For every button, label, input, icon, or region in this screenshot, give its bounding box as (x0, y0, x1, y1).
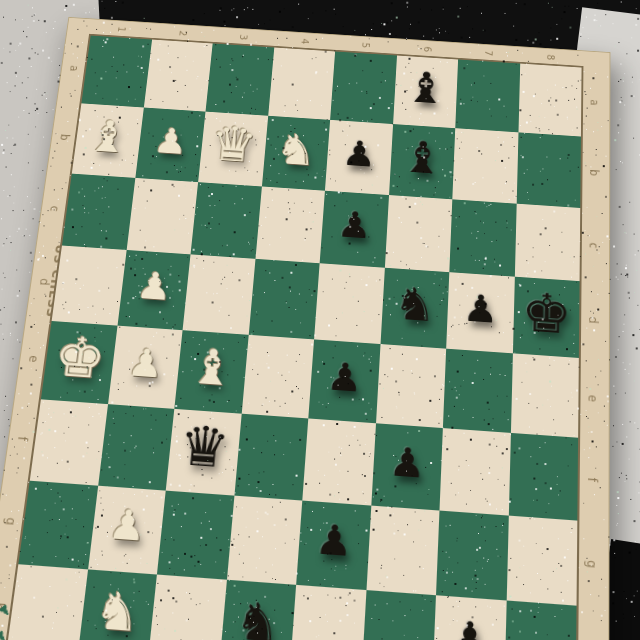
square-d7: ♟ (446, 272, 514, 353)
square-a1 (81, 36, 151, 108)
square-h8 (504, 601, 577, 640)
square-c4 (255, 186, 325, 263)
chess-board: 12345678 12345678 abcdefgh abcdefgh US C… (0, 18, 610, 640)
piece-black-pawn-g5: ♟ (314, 518, 354, 562)
square-c5: ♟ (320, 190, 389, 268)
photo-scene: 12345678 12345678 abcdefgh abcdefgh US C… (0, 0, 640, 640)
square-e3: ♝ (174, 330, 248, 413)
square-g3 (157, 490, 234, 580)
square-f3: ♛ (166, 409, 241, 495)
square-d8: ♚ (512, 277, 579, 358)
square-e4 (241, 335, 314, 418)
square-a6: ♝ (393, 55, 458, 127)
square-h4: ♞ (219, 580, 297, 640)
piece-black-knight-d6: ♞ (393, 281, 438, 329)
square-c2 (126, 177, 198, 254)
piece-white-pawn-e2: ♟ (126, 343, 166, 384)
piece-black-pawn-c5: ♟ (336, 206, 373, 244)
piece-black-pawn-e5: ♟ (325, 356, 363, 397)
square-c8 (514, 203, 580, 281)
square-g1 (18, 480, 97, 569)
square-g5: ♟ (296, 500, 371, 590)
square-g8 (506, 515, 577, 606)
square-h6 (361, 590, 436, 640)
square-g6 (366, 505, 440, 595)
square-b6: ♝ (389, 124, 456, 199)
square-f5 (302, 418, 375, 505)
square-h5 (290, 585, 366, 640)
square-e7 (443, 349, 513, 433)
square-c7 (449, 199, 516, 277)
square-a7 (455, 60, 519, 133)
square-d4 (248, 259, 319, 339)
square-g7 (436, 510, 508, 601)
square-e8 (510, 353, 578, 437)
piece-white-pawn-b2: ♟ (152, 123, 190, 160)
file-labels-right: abcdefgh (579, 68, 605, 640)
square-f7 (440, 428, 511, 515)
square-f6: ♟ (371, 423, 443, 510)
square-b4: ♞ (261, 116, 330, 191)
square-f1 (30, 399, 108, 485)
square-e6 (376, 344, 447, 428)
piece-black-king-d8: ♚ (520, 285, 571, 342)
piece-black-queen-f3: ♛ (176, 418, 231, 476)
square-d5 (314, 263, 384, 344)
square-f2 (98, 404, 175, 490)
square-b7 (452, 128, 518, 203)
square-a5 (330, 51, 396, 123)
square-e2: ♟ (108, 326, 183, 409)
square-h2: ♞ (77, 570, 157, 640)
piece-white-king-e1: ♚ (51, 329, 109, 387)
square-g2: ♟ (88, 485, 166, 575)
square-a2 (143, 40, 212, 112)
piece-white-knight-h2: ♞ (92, 584, 143, 639)
piece-white-bishop-b1: ♝ (84, 114, 132, 160)
piece-black-bishop-b6: ♝ (400, 135, 445, 181)
square-h3 (148, 575, 227, 640)
square-a4 (268, 47, 335, 119)
square-g4 (226, 495, 302, 585)
square-c3 (190, 182, 261, 259)
square-d1 (52, 246, 127, 326)
piece-black-pawn-h7: ♟ (450, 615, 490, 640)
square-e1: ♚ (41, 321, 117, 404)
square-h1 (6, 564, 87, 640)
square-c1 (62, 173, 135, 250)
square-a8 (518, 64, 582, 137)
square-e5: ♟ (308, 339, 380, 423)
square-d2: ♟ (117, 250, 190, 330)
square-f8 (508, 433, 578, 520)
piece-black-knight-h4: ♞ (233, 595, 283, 640)
piece-white-bishop-e3: ♝ (187, 342, 236, 393)
square-a3 (206, 44, 274, 116)
square-b5: ♟ (325, 120, 393, 195)
piece-white-pawn-d2: ♟ (135, 267, 174, 306)
square-b2: ♟ (135, 107, 206, 181)
square-h7: ♟ (432, 596, 506, 640)
piece-white-knight-b4: ♞ (274, 127, 318, 171)
piece-white-pawn-g2: ♟ (107, 503, 149, 547)
square-d3 (183, 255, 255, 335)
square-c6 (384, 195, 452, 273)
square-d6: ♞ (380, 268, 449, 349)
square-b3: ♛ (198, 111, 268, 186)
board-grid: ♝♝♟♛♞♟♝♟♟♞♟♚♚♟♝♟♛♟♟♟♞♞♟ (6, 36, 581, 640)
square-f4 (234, 413, 308, 500)
piece-black-pawn-b5: ♟ (341, 135, 377, 172)
piece-black-pawn-d7: ♟ (462, 289, 499, 329)
piece-black-bishop-a6: ♝ (404, 66, 448, 111)
square-b1: ♝ (72, 103, 144, 177)
square-b8 (516, 132, 581, 207)
piece-white-queen-b3: ♛ (208, 120, 259, 170)
piece-black-pawn-f6: ♟ (388, 441, 427, 484)
